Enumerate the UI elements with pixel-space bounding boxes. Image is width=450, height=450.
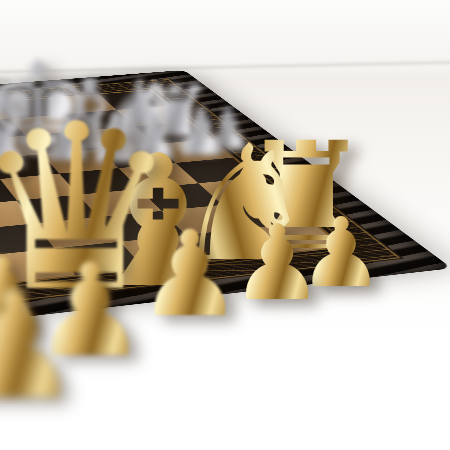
chess-board xyxy=(0,70,450,353)
watermark: italfama xyxy=(383,335,450,357)
product-photo: ♝♚♟♝♟♞♟♜♟♟♛♝♞♜♟♟♟♟♟♟ italfama xyxy=(0,0,450,450)
backdrop-seam xyxy=(0,61,450,73)
